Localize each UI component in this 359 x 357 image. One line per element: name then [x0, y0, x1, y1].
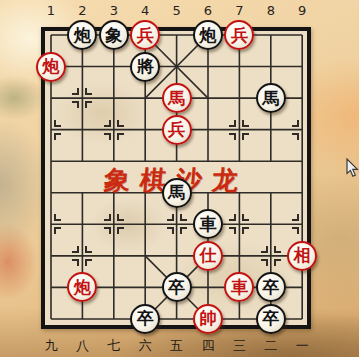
piece-red-soldier[interactable]: 兵: [162, 115, 192, 145]
point-marker: [229, 133, 236, 140]
point-marker: [104, 227, 111, 234]
point-marker: [117, 120, 124, 127]
point-marker: [229, 227, 236, 234]
piece-black-general[interactable]: 將: [130, 52, 160, 82]
point-marker: [242, 214, 249, 221]
point-marker: [242, 120, 249, 127]
point-marker: [85, 246, 92, 253]
piece-red-cannon[interactable]: 炮: [36, 52, 66, 82]
point-marker: [117, 214, 124, 221]
piece-black-cannon[interactable]: 炮: [193, 20, 223, 50]
point-marker: [104, 133, 111, 140]
piece-black-horse[interactable]: 馬: [162, 178, 192, 208]
mouse-cursor: [346, 158, 359, 178]
piece-black-soldier[interactable]: 卒: [256, 272, 286, 302]
point-marker: [292, 133, 299, 140]
point-marker: [167, 214, 174, 221]
point-marker: [180, 214, 187, 221]
piece-red-general[interactable]: 帥: [193, 304, 223, 334]
piece-black-elephant[interactable]: 象: [99, 20, 129, 50]
piece-red-horse[interactable]: 馬: [162, 83, 192, 113]
point-marker: [85, 259, 92, 266]
point-marker: [104, 214, 111, 221]
point-marker: [274, 259, 281, 266]
piece-black-soldier[interactable]: 卒: [130, 304, 160, 334]
point-marker: [167, 227, 174, 234]
piece-black-soldier[interactable]: 卒: [256, 304, 286, 334]
point-marker: [242, 227, 249, 234]
point-marker: [54, 227, 61, 234]
point-marker: [180, 227, 187, 234]
piece-black-horse[interactable]: 馬: [256, 83, 286, 113]
point-marker: [292, 120, 299, 127]
piece-red-elephant[interactable]: 相: [287, 241, 317, 271]
point-marker: [54, 214, 61, 221]
point-marker: [117, 133, 124, 140]
point-marker: [242, 133, 249, 140]
point-marker: [117, 227, 124, 234]
point-marker: [292, 227, 299, 234]
point-marker: [85, 88, 92, 95]
point-marker: [85, 101, 92, 108]
point-marker: [261, 246, 268, 253]
point-marker: [261, 259, 268, 266]
point-marker: [72, 259, 79, 266]
point-marker: [274, 246, 281, 253]
point-marker: [72, 101, 79, 108]
game-scene: 象棋沙龙 炮象兵炮兵炮將馬馬兵馬車仕相炮卒車卒卒帥卒 123456789九八七六…: [0, 0, 359, 357]
point-marker: [229, 214, 236, 221]
point-marker: [292, 214, 299, 221]
piece-red-advisor[interactable]: 仕: [193, 241, 223, 271]
point-marker: [54, 120, 61, 127]
point-marker: [229, 120, 236, 127]
point-marker: [72, 88, 79, 95]
point-marker: [72, 246, 79, 253]
piece-black-soldier[interactable]: 卒: [162, 272, 192, 302]
point-marker: [54, 133, 61, 140]
piece-red-soldier[interactable]: 兵: [130, 20, 160, 50]
point-marker: [104, 120, 111, 127]
